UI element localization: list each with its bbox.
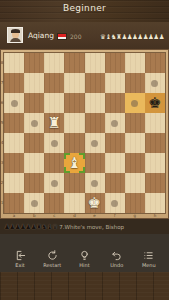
square-a2[interactable] [4, 173, 24, 193]
bottom-wood-background [0, 272, 169, 300]
square-f5[interactable] [105, 113, 125, 133]
legal-move-dot[interactable] [11, 100, 18, 107]
rank-labels: 87654321 [0, 53, 4, 213]
square-g5[interactable] [125, 113, 145, 133]
square-e5[interactable] [85, 113, 105, 133]
square-h2[interactable] [145, 173, 165, 193]
square-e1[interactable]: ♚ [85, 193, 105, 213]
legal-move-dot[interactable] [31, 200, 38, 207]
square-g4[interactable] [125, 133, 145, 153]
square-b3[interactable] [24, 153, 44, 173]
exit-icon [15, 250, 26, 261]
restart-label: Restart [43, 262, 61, 268]
legal-move-dot[interactable] [91, 180, 98, 187]
rank-label-3: 3 [0, 153, 4, 173]
square-b6[interactable] [24, 93, 44, 113]
hint-icon [79, 250, 90, 261]
player-bar: Aqiang 200 ♛♝♞♜♟♟♟♟♟♟♟♟ [0, 22, 169, 49]
square-c2[interactable] [44, 173, 64, 193]
square-f7[interactable] [105, 73, 125, 93]
white-king[interactable]: ♚ [88, 193, 101, 213]
square-h5[interactable] [145, 113, 165, 133]
move-status-text: 7.White's move, Bishop [59, 224, 124, 230]
hint-button[interactable]: Hint [70, 250, 98, 268]
chess-app: Beginner Aqiang 200 ♛♝♞♜♟♟♟♟♟♟♟♟ ♚♜♝♚ 87… [0, 0, 169, 300]
hint-label: Hint [79, 262, 89, 268]
square-a6[interactable] [4, 93, 24, 113]
square-d7[interactable] [64, 73, 84, 93]
square-g1[interactable] [125, 193, 145, 213]
rank-label-6: 6 [0, 93, 4, 113]
square-h3[interactable] [145, 153, 165, 173]
menu-label: Menu [142, 262, 156, 268]
rank-label-7: 7 [0, 73, 4, 93]
rank-label-8: 8 [0, 53, 4, 73]
white-bishop[interactable]: ♝ [68, 153, 81, 173]
square-c8[interactable] [44, 53, 64, 73]
square-e4[interactable] [85, 133, 105, 153]
square-a7[interactable] [4, 73, 24, 93]
indonesia-flag-icon [57, 33, 67, 40]
square-a4[interactable] [4, 133, 24, 153]
legal-move-dot[interactable] [151, 80, 158, 87]
square-g8[interactable] [125, 53, 145, 73]
legal-move-dot[interactable] [111, 120, 118, 127]
square-h7[interactable] [145, 73, 165, 93]
square-d3[interactable]: ♝ [64, 153, 84, 173]
board-frame: ♚♜♝♚ 87654321 abcdefgh [0, 49, 169, 219]
white-rook[interactable]: ♜ [48, 113, 61, 133]
square-b4[interactable] [24, 133, 44, 153]
rank-label-2: 2 [0, 173, 4, 193]
square-c6[interactable] [44, 93, 64, 113]
undo-button[interactable]: Undo [103, 250, 131, 268]
square-c5[interactable]: ♜ [44, 113, 64, 133]
square-d5[interactable] [64, 113, 84, 133]
square-f2[interactable] [105, 173, 125, 193]
exit-label: Exit [15, 262, 24, 268]
square-e8[interactable] [85, 53, 105, 73]
legal-move-dot[interactable] [131, 100, 138, 107]
square-c4[interactable] [44, 133, 64, 153]
player-rating: 200 [70, 33, 81, 40]
undo-icon [111, 250, 122, 261]
square-f3[interactable] [105, 153, 125, 173]
square-f1[interactable] [105, 193, 125, 213]
square-e6[interactable] [85, 93, 105, 113]
square-f6[interactable] [105, 93, 125, 113]
square-d4[interactable] [64, 133, 84, 153]
captured-piece-icon: ♛ [52, 223, 57, 231]
bottom-toolbar: Exit Restart Hint Undo Menu [0, 234, 169, 272]
square-e2[interactable] [85, 173, 105, 193]
square-e3[interactable] [85, 153, 105, 173]
square-b2[interactable] [24, 173, 44, 193]
square-a5[interactable] [4, 113, 24, 133]
rank-label-5: 5 [0, 113, 4, 133]
square-g6[interactable] [125, 93, 145, 113]
menu-icon [143, 250, 154, 261]
square-a8[interactable] [4, 53, 24, 73]
square-f8[interactable] [105, 53, 125, 73]
page-title: Beginner [0, 3, 169, 13]
square-g7[interactable] [125, 73, 145, 93]
restart-icon [47, 250, 58, 261]
square-h1[interactable] [145, 193, 165, 213]
legal-move-dot[interactable] [51, 140, 58, 147]
exit-button[interactable]: Exit [6, 250, 34, 268]
captured-piece-icon: ♟ [159, 33, 164, 41]
square-f4[interactable] [105, 133, 125, 153]
captured-black-pieces-tray: ♛♝♞♜♟♟♟♟♟♟♟♟ [100, 33, 164, 41]
square-e7[interactable] [85, 73, 105, 93]
square-b1[interactable] [24, 193, 44, 213]
avatar [7, 27, 23, 43]
avatar-body [10, 38, 21, 43]
square-g2[interactable] [125, 173, 145, 193]
square-d6[interactable] [64, 93, 84, 113]
captured-white-pieces-tray: ♟♟♟♟♟♟♜♞♝♛ [4, 223, 57, 231]
board-grid: ♚♜♝♚ [4, 53, 165, 213]
square-h6[interactable]: ♚ [145, 93, 165, 113]
undo-label: Undo [110, 262, 123, 268]
player-name: Aqiang [28, 31, 54, 40]
square-d1[interactable] [64, 193, 84, 213]
square-c1[interactable] [44, 193, 64, 213]
square-c3[interactable] [44, 153, 64, 173]
black-king[interactable]: ♚ [148, 93, 161, 113]
square-d2[interactable] [64, 173, 84, 193]
status-bar: ♟♟♟♟♟♟♜♞♝♛ 7.White's move, Bishop [0, 219, 169, 234]
square-g3[interactable] [125, 153, 145, 173]
legal-move-dot[interactable] [31, 120, 38, 127]
square-b7[interactable] [24, 73, 44, 93]
menu-button[interactable]: Menu [135, 250, 163, 268]
legal-move-dot[interactable] [91, 140, 98, 147]
square-a3[interactable] [4, 153, 24, 173]
legal-move-dot[interactable] [111, 200, 118, 207]
square-c7[interactable] [44, 73, 64, 93]
legal-move-dot[interactable] [51, 180, 58, 187]
restart-button[interactable]: Restart [38, 250, 66, 268]
rank-label-1: 1 [0, 193, 4, 213]
square-b8[interactable] [24, 53, 44, 73]
square-h8[interactable] [145, 53, 165, 73]
rank-label-4: 4 [0, 133, 4, 153]
square-b5[interactable] [24, 113, 44, 133]
square-a1[interactable] [4, 193, 24, 213]
avatar-hair [11, 29, 20, 33]
square-d8[interactable] [64, 53, 84, 73]
square-h4[interactable] [145, 133, 165, 153]
